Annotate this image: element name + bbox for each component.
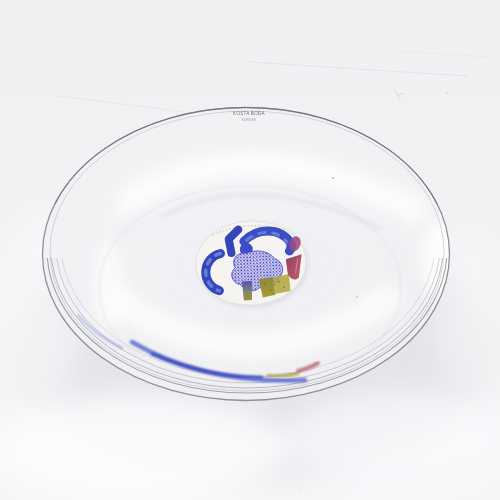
brand-label-line1: KOSTA BODA bbox=[233, 111, 265, 116]
brand-label-line2: SWEDEN bbox=[242, 118, 257, 122]
product-photo: KOSTA BODA SWEDEN bbox=[0, 0, 500, 500]
glass-plate-photo: KOSTA BODA SWEDEN bbox=[0, 0, 500, 500]
